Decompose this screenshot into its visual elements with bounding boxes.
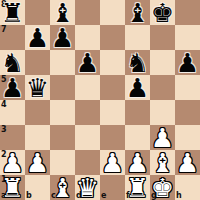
white-pawn-h2[interactable]: ♟ [175,150,200,175]
square-f3[interactable] [125,125,150,150]
black-rook-a8[interactable]: ♜ [0,0,25,25]
square-c2[interactable] [50,150,75,175]
square-e2[interactable]: ♟ [100,150,125,175]
black-knight-f6[interactable]: ♞ [125,50,150,75]
square-g4[interactable] [150,100,175,125]
square-b6[interactable] [25,50,50,75]
square-d8[interactable] [75,0,100,25]
black-pawn-b7[interactable]: ♟ [25,25,50,50]
square-c5[interactable] [50,75,75,100]
square-f5[interactable]: ♟ [125,75,150,100]
black-knight-a6[interactable]: ♞ [0,50,25,75]
square-e4[interactable] [100,100,125,125]
file-label-h: h [176,192,182,200]
square-h1[interactable]: h [175,175,200,200]
square-d5[interactable] [75,75,100,100]
white-rook-a1[interactable]: ♜ [0,175,25,200]
square-f4[interactable] [125,100,150,125]
black-pawn-d6[interactable]: ♟ [75,50,100,75]
black-bishop-f8[interactable]: ♝ [125,0,150,25]
square-h5[interactable] [175,75,200,100]
black-pawn-f5[interactable]: ♟ [125,75,150,100]
white-pawn-e2[interactable]: ♟ [100,150,125,175]
square-a5[interactable]: 5♟ [0,75,25,100]
square-g6[interactable] [150,50,175,75]
white-bishop-g2[interactable]: ♝ [150,150,175,175]
square-f7[interactable] [125,25,150,50]
square-h7[interactable] [175,25,200,50]
square-a7[interactable]: 7 [0,25,25,50]
square-e5[interactable] [100,75,125,100]
square-f6[interactable]: ♞ [125,50,150,75]
file-label-e: e [101,192,106,200]
square-d1[interactable]: d♛ [75,175,100,200]
square-g7[interactable] [150,25,175,50]
black-pawn-h6[interactable]: ♟ [175,50,200,75]
square-d2[interactable] [75,150,100,175]
file-label-b: b [26,192,32,200]
chess-board: 8♜♝♝♚7♟♟6♞♟♞♟5♟♛♟43♟2♟♟♟♟♝♟1a♜bc♝d♛ef♜g♚… [0,0,200,200]
black-queen-b5[interactable]: ♛ [25,75,50,100]
square-e6[interactable] [100,50,125,75]
square-c1[interactable]: c♝ [50,175,75,200]
square-f8[interactable]: ♝ [125,0,150,25]
square-e3[interactable] [100,125,125,150]
square-g2[interactable]: ♝ [150,150,175,175]
square-h2[interactable]: ♟ [175,150,200,175]
square-c6[interactable] [50,50,75,75]
square-a4[interactable]: 4 [0,100,25,125]
square-c7[interactable]: ♟ [50,25,75,50]
square-b2[interactable]: ♟ [25,150,50,175]
rank-label-3: 3 [1,126,7,134]
square-a8[interactable]: 8♜ [0,0,25,25]
black-king-g8[interactable]: ♚ [150,0,175,25]
square-g3[interactable]: ♟ [150,125,175,150]
square-h4[interactable] [175,100,200,125]
square-c8[interactable]: ♝ [50,0,75,25]
square-g1[interactable]: g♚ [150,175,175,200]
square-d3[interactable] [75,125,100,150]
square-a1[interactable]: 1a♜ [0,175,25,200]
square-e7[interactable] [100,25,125,50]
square-a3[interactable]: 3 [0,125,25,150]
square-c4[interactable] [50,100,75,125]
white-rook-f1[interactable]: ♜ [125,175,150,200]
square-a2[interactable]: 2♟ [0,150,25,175]
white-bishop-c1[interactable]: ♝ [50,175,75,200]
black-pawn-a5[interactable]: ♟ [0,75,25,100]
square-a6[interactable]: 6♞ [0,50,25,75]
square-g5[interactable] [150,75,175,100]
white-pawn-g3[interactable]: ♟ [150,125,175,150]
white-queen-d1[interactable]: ♛ [75,175,100,200]
square-e8[interactable] [100,0,125,25]
square-f1[interactable]: f♜ [125,175,150,200]
square-d4[interactable] [75,100,100,125]
square-c3[interactable] [50,125,75,150]
white-king-g1[interactable]: ♚ [150,175,175,200]
black-bishop-c8[interactable]: ♝ [50,0,75,25]
square-h3[interactable] [175,125,200,150]
square-h8[interactable] [175,0,200,25]
square-d6[interactable]: ♟ [75,50,100,75]
square-h6[interactable]: ♟ [175,50,200,75]
square-b8[interactable] [25,0,50,25]
square-b4[interactable] [25,100,50,125]
square-b1[interactable]: b [25,175,50,200]
white-pawn-a2[interactable]: ♟ [0,150,25,175]
square-d7[interactable] [75,25,100,50]
black-pawn-c7[interactable]: ♟ [50,25,75,50]
white-pawn-b2[interactable]: ♟ [25,150,50,175]
square-f2[interactable]: ♟ [125,150,150,175]
white-pawn-f2[interactable]: ♟ [125,150,150,175]
square-b3[interactable] [25,125,50,150]
square-b5[interactable]: ♛ [25,75,50,100]
square-e1[interactable]: e [100,175,125,200]
square-b7[interactable]: ♟ [25,25,50,50]
square-g8[interactable]: ♚ [150,0,175,25]
